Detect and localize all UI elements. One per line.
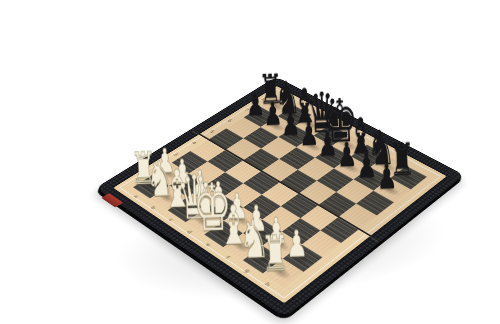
photo-stage: 87654321 abcdefgh ♜♞♝♛♚♝♞♜♟♟♟♟♟♟♟♟♟♟♟♟♟♟… bbox=[0, 0, 500, 324]
white-rook[interactable]: ♜ bbox=[245, 229, 305, 280]
square-e5[interactable] bbox=[280, 170, 317, 194]
board-grid: ♜♞♝♛♚♝♞♜♟♟♟♟♟♟♟♟♟♟♟♟♟♟♟♟♜♞♝♛♚♝♞♜ bbox=[133, 96, 427, 287]
black-pawn[interactable]: ♟ bbox=[359, 158, 414, 194]
board-surface: 87654321 abcdefgh ♜♞♝♛♚♝♞♜♟♟♟♟♟♟♟♟♟♟♟♟♟♟… bbox=[113, 86, 447, 303]
scene: 87654321 abcdefgh ♜♞♝♛♚♝♞♜♟♟♟♟♟♟♟♟♟♟♟♟♟♟… bbox=[145, 47, 416, 318]
